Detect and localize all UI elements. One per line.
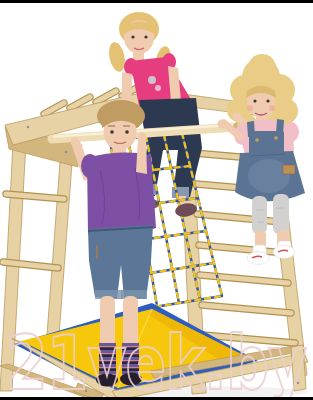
girl-right-eye — [253, 99, 256, 102]
shirt-print — [155, 85, 161, 91]
letterbox-top — [0, 0, 313, 3]
girl-top-neck — [133, 52, 144, 60]
watermark-text: 21vek.by — [6, 320, 306, 400]
shirt-print — [148, 76, 156, 84]
denim-wash — [248, 159, 290, 193]
screw — [27, 126, 29, 128]
boy-eye — [110, 130, 114, 134]
dress-button — [274, 136, 278, 140]
scene: 21vek.by — [0, 0, 313, 400]
cheek — [269, 105, 275, 111]
screw — [65, 151, 68, 154]
boy-eye — [125, 130, 129, 134]
boy-hand — [71, 137, 79, 145]
girl-right-shoe — [273, 246, 295, 259]
product-photo: 21vek.by — [0, 0, 313, 400]
boy-sleeve — [81, 154, 99, 178]
girl-right-hand — [233, 113, 242, 122]
girl-top-eye — [144, 35, 147, 38]
girl-right-hand — [218, 120, 227, 129]
girl-right-eye — [266, 99, 269, 102]
girl-top-eye — [131, 35, 134, 38]
cheek — [247, 105, 253, 111]
girl-right-legging — [252, 196, 267, 234]
girl-right-shoe — [247, 252, 269, 265]
girl-right-legging — [273, 194, 289, 234]
dress-button — [255, 138, 259, 142]
dress-label — [283, 165, 295, 174]
boy-hand — [138, 133, 147, 142]
girl-right-sleeve — [283, 122, 299, 142]
